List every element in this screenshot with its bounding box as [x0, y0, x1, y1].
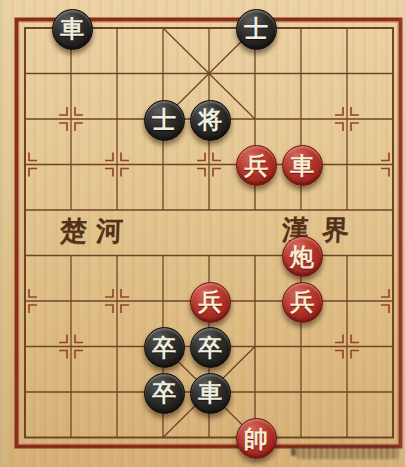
piece-black-soldier[interactable]: 卒: [190, 327, 231, 368]
piece-black-chariot[interactable]: 車: [190, 373, 231, 414]
piece-black-general[interactable]: 将: [190, 100, 231, 141]
piece-black-advisor[interactable]: 士: [144, 100, 185, 141]
piece-black-chariot[interactable]: 車: [52, 9, 93, 50]
watermark: [297, 446, 399, 459]
piece-black-advisor[interactable]: 士: [236, 9, 277, 50]
piece-red-cannon[interactable]: 炮: [282, 236, 323, 277]
watermark-dot: [291, 448, 296, 456]
piece-red-soldier[interactable]: 兵: [282, 282, 323, 323]
piece-red-soldier[interactable]: 兵: [236, 145, 277, 186]
piece-red-general[interactable]: 帥: [236, 418, 277, 459]
piece-black-soldier[interactable]: 卒: [144, 327, 185, 368]
piece-red-chariot[interactable]: 車: [282, 145, 323, 186]
river-label-chu-he: 楚河: [60, 217, 133, 244]
xiangqi-app: 楚河 漢界 車士士将兵車炮兵兵卒卒卒車帥: [0, 0, 405, 467]
piece-red-soldier[interactable]: 兵: [190, 282, 231, 323]
piece-black-soldier[interactable]: 卒: [144, 373, 185, 414]
